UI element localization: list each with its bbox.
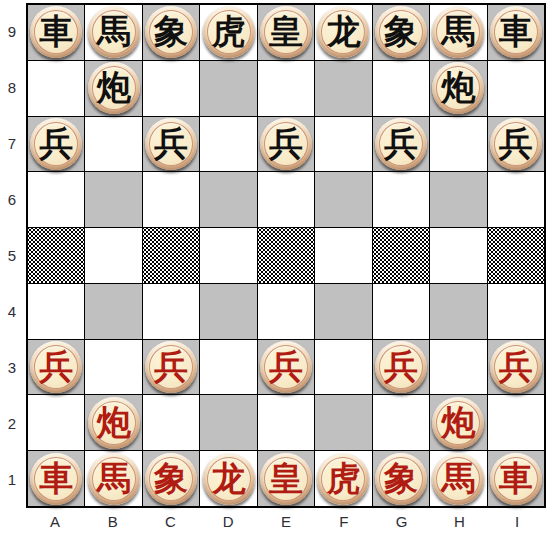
piece-glyph: 車 xyxy=(39,461,73,495)
square-g3[interactable]: 兵 xyxy=(373,340,429,395)
piece-glyph: 車 xyxy=(499,461,533,495)
square-d9[interactable]: 虎 xyxy=(200,5,256,60)
piece-red-h2[interactable]: 炮 xyxy=(432,397,484,449)
square-b2[interactable]: 炮 xyxy=(85,395,141,450)
square-a8[interactable] xyxy=(28,61,84,116)
file-label: C xyxy=(142,510,200,532)
piece-glyph: 炮 xyxy=(441,405,475,439)
square-c8[interactable] xyxy=(143,61,199,116)
square-g7[interactable]: 兵 xyxy=(373,117,429,172)
piece-black-f9[interactable]: 龙 xyxy=(317,6,369,58)
piece-glyph: 馬 xyxy=(97,461,131,495)
piece-glyph: 皇 xyxy=(269,14,303,48)
square-e6[interactable] xyxy=(258,172,314,227)
rank-label: 8 xyxy=(0,59,24,115)
piece-black-c9[interactable]: 象 xyxy=(145,6,197,58)
square-e2[interactable] xyxy=(258,395,314,450)
piece-glyph: 象 xyxy=(384,461,418,495)
piece-glyph: 龙 xyxy=(326,14,360,48)
square-b5[interactable] xyxy=(85,228,141,283)
square-h5[interactable] xyxy=(430,228,486,283)
square-h9[interactable]: 馬 xyxy=(430,5,486,60)
file-label: B xyxy=(84,510,142,532)
square-d1[interactable]: 龙 xyxy=(200,451,256,506)
square-d4[interactable] xyxy=(200,284,256,339)
piece-glyph: 皇 xyxy=(269,461,303,495)
square-d2[interactable] xyxy=(200,395,256,450)
square-d7[interactable] xyxy=(200,117,256,172)
square-a3[interactable]: 兵 xyxy=(28,340,84,395)
square-i8[interactable] xyxy=(488,61,544,116)
square-e1[interactable]: 皇 xyxy=(258,451,314,506)
square-a9[interactable]: 車 xyxy=(28,5,84,60)
piece-black-e9[interactable]: 皇 xyxy=(260,6,312,58)
piece-black-a9[interactable]: 車 xyxy=(30,6,82,58)
square-f6[interactable] xyxy=(315,172,371,227)
piece-glyph: 兵 xyxy=(499,126,533,160)
square-c2[interactable] xyxy=(143,395,199,450)
piece-black-d9[interactable]: 虎 xyxy=(203,6,255,58)
piece-red-i3[interactable]: 兵 xyxy=(490,341,542,393)
piece-red-a1[interactable]: 車 xyxy=(30,453,82,505)
piece-red-g1[interactable]: 象 xyxy=(375,453,427,505)
file-labels: ABCDEFGHI xyxy=(26,510,546,532)
piece-red-a3[interactable]: 兵 xyxy=(30,341,82,393)
rank-label: 7 xyxy=(0,115,24,171)
square-b1[interactable]: 馬 xyxy=(85,451,141,506)
file-label: I xyxy=(488,510,546,532)
piece-glyph: 馬 xyxy=(441,14,475,48)
piece-glyph: 兵 xyxy=(39,126,73,160)
piece-glyph: 兵 xyxy=(499,349,533,383)
piece-glyph: 象 xyxy=(154,14,188,48)
square-c3[interactable]: 兵 xyxy=(143,340,199,395)
square-c1[interactable]: 象 xyxy=(143,451,199,506)
piece-black-g9[interactable]: 象 xyxy=(375,6,427,58)
file-label: H xyxy=(430,510,488,532)
piece-glyph: 兵 xyxy=(269,349,303,383)
piece-black-a7[interactable]: 兵 xyxy=(30,118,82,170)
square-a6[interactable] xyxy=(28,172,84,227)
piece-black-c7[interactable]: 兵 xyxy=(145,118,197,170)
piece-black-b8[interactable]: 炮 xyxy=(88,62,140,114)
piece-glyph: 兵 xyxy=(154,126,188,160)
piece-glyph: 炮 xyxy=(441,70,475,104)
square-i2[interactable] xyxy=(488,395,544,450)
square-i9[interactable]: 車 xyxy=(488,5,544,60)
piece-glyph: 象 xyxy=(154,461,188,495)
square-d6[interactable] xyxy=(200,172,256,227)
square-h4[interactable] xyxy=(430,284,486,339)
square-g9[interactable]: 象 xyxy=(373,5,429,60)
piece-black-e7[interactable]: 兵 xyxy=(260,118,312,170)
square-e7[interactable]: 兵 xyxy=(258,117,314,172)
piece-black-h9[interactable]: 馬 xyxy=(432,6,484,58)
piece-glyph: 兵 xyxy=(384,126,418,160)
square-c5[interactable] xyxy=(143,228,199,283)
piece-glyph: 炮 xyxy=(97,405,131,439)
square-h3[interactable] xyxy=(430,340,486,395)
square-b8[interactable]: 炮 xyxy=(85,61,141,116)
square-e3[interactable]: 兵 xyxy=(258,340,314,395)
square-i5[interactable] xyxy=(488,228,544,283)
piece-black-i7[interactable]: 兵 xyxy=(490,118,542,170)
square-i3[interactable]: 兵 xyxy=(488,340,544,395)
piece-red-g3[interactable]: 兵 xyxy=(375,341,427,393)
file-label: A xyxy=(26,510,84,532)
piece-red-c1[interactable]: 象 xyxy=(145,453,197,505)
file-label: E xyxy=(257,510,315,532)
piece-red-e1[interactable]: 皇 xyxy=(260,453,312,505)
square-f8[interactable] xyxy=(315,61,371,116)
square-d5[interactable] xyxy=(200,228,256,283)
piece-red-c3[interactable]: 兵 xyxy=(145,341,197,393)
piece-black-i9[interactable]: 車 xyxy=(490,6,542,58)
square-g8[interactable] xyxy=(373,61,429,116)
square-b3[interactable] xyxy=(85,340,141,395)
piece-glyph: 馬 xyxy=(441,461,475,495)
rank-label: 9 xyxy=(0,3,24,59)
square-a5[interactable] xyxy=(28,228,84,283)
piece-red-f1[interactable]: 虎 xyxy=(317,453,369,505)
piece-red-d1[interactable]: 龙 xyxy=(203,453,255,505)
square-c7[interactable]: 兵 xyxy=(143,117,199,172)
piece-glyph: 車 xyxy=(499,14,533,48)
square-d3[interactable] xyxy=(200,340,256,395)
piece-glyph: 兵 xyxy=(154,349,188,383)
square-h8[interactable]: 炮 xyxy=(430,61,486,116)
square-h2[interactable]: 炮 xyxy=(430,395,486,450)
square-b4[interactable] xyxy=(85,284,141,339)
piece-glyph: 虎 xyxy=(212,14,246,48)
rank-label: 4 xyxy=(0,284,24,340)
square-e8[interactable] xyxy=(258,61,314,116)
piece-glyph: 兵 xyxy=(384,349,418,383)
square-f1[interactable]: 虎 xyxy=(315,451,371,506)
piece-glyph: 兵 xyxy=(269,126,303,160)
piece-red-b1[interactable]: 馬 xyxy=(88,453,140,505)
square-i7[interactable]: 兵 xyxy=(488,117,544,172)
piece-glyph: 馬 xyxy=(97,14,131,48)
square-b9[interactable]: 馬 xyxy=(85,5,141,60)
square-f9[interactable]: 龙 xyxy=(315,5,371,60)
square-f5[interactable] xyxy=(315,228,371,283)
square-a7[interactable]: 兵 xyxy=(28,117,84,172)
square-g5[interactable] xyxy=(373,228,429,283)
piece-red-e3[interactable]: 兵 xyxy=(260,341,312,393)
square-h1[interactable]: 馬 xyxy=(430,451,486,506)
square-g1[interactable]: 象 xyxy=(373,451,429,506)
file-label: F xyxy=(315,510,373,532)
piece-black-h8[interactable]: 炮 xyxy=(432,62,484,114)
piece-glyph: 象 xyxy=(384,14,418,48)
square-b7[interactable] xyxy=(85,117,141,172)
rank-label: 3 xyxy=(0,340,24,396)
square-g4[interactable] xyxy=(373,284,429,339)
piece-red-h1[interactable]: 馬 xyxy=(432,453,484,505)
square-g2[interactable] xyxy=(373,395,429,450)
rank-label: 5 xyxy=(0,227,24,283)
square-i4[interactable] xyxy=(488,284,544,339)
square-h6[interactable] xyxy=(430,172,486,227)
square-i6[interactable] xyxy=(488,172,544,227)
square-c9[interactable]: 象 xyxy=(143,5,199,60)
square-e9[interactable]: 皇 xyxy=(258,5,314,60)
xiangqi-variant-app: 987654321 車馬象虎皇龙象馬車炮炮兵兵兵兵兵兵兵兵兵兵炮炮車馬象龙皇虎象… xyxy=(0,0,550,534)
file-label: G xyxy=(373,510,431,532)
square-f7[interactable] xyxy=(315,117,371,172)
board: 車馬象虎皇龙象馬車炮炮兵兵兵兵兵兵兵兵兵兵炮炮車馬象龙皇虎象馬車 xyxy=(26,3,546,508)
piece-glyph: 炮 xyxy=(97,70,131,104)
square-f3[interactable] xyxy=(315,340,371,395)
piece-glyph: 龙 xyxy=(212,461,246,495)
square-e4[interactable] xyxy=(258,284,314,339)
rank-label: 1 xyxy=(0,452,24,508)
piece-glyph: 兵 xyxy=(39,349,73,383)
square-c4[interactable] xyxy=(143,284,199,339)
square-f2[interactable] xyxy=(315,395,371,450)
square-g6[interactable] xyxy=(373,172,429,227)
square-i1[interactable]: 車 xyxy=(488,451,544,506)
square-c6[interactable] xyxy=(143,172,199,227)
square-e5[interactable] xyxy=(258,228,314,283)
rank-labels: 987654321 xyxy=(0,3,24,508)
piece-red-i1[interactable]: 車 xyxy=(490,453,542,505)
rank-label: 2 xyxy=(0,396,24,452)
square-d8[interactable] xyxy=(200,61,256,116)
square-a2[interactable] xyxy=(28,395,84,450)
piece-glyph: 虎 xyxy=(326,461,360,495)
square-a4[interactable] xyxy=(28,284,84,339)
square-b6[interactable] xyxy=(85,172,141,227)
square-a1[interactable]: 車 xyxy=(28,451,84,506)
piece-black-b9[interactable]: 馬 xyxy=(88,6,140,58)
square-f4[interactable] xyxy=(315,284,371,339)
piece-red-b2[interactable]: 炮 xyxy=(88,397,140,449)
piece-black-g7[interactable]: 兵 xyxy=(375,118,427,170)
piece-glyph: 車 xyxy=(39,14,73,48)
square-h7[interactable] xyxy=(430,117,486,172)
file-label: D xyxy=(199,510,257,532)
rank-label: 6 xyxy=(0,171,24,227)
